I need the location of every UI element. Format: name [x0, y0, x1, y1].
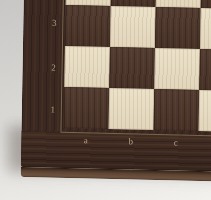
square-d3: [200, 8, 211, 50]
square-d2: [199, 49, 211, 91]
file-label-c: c: [165, 137, 186, 147]
square-d1: [199, 90, 211, 132]
square-a1: [64, 87, 110, 129]
board-frame: 321 abc: [21, 0, 211, 173]
square-a2: [64, 46, 110, 88]
chessboard: 321 abc: [21, 0, 211, 192]
board-grid: [64, 0, 211, 132]
rank-label-1: 1: [46, 104, 60, 114]
square-c2: [154, 48, 200, 90]
square-b2: [109, 47, 155, 89]
file-label-b: b: [120, 136, 141, 146]
file-label-a: a: [75, 135, 96, 145]
rank-label-2: 2: [46, 63, 60, 73]
square-a3: [65, 5, 111, 47]
square-b3: [110, 6, 156, 48]
rank-label-3: 3: [47, 18, 61, 28]
square-c3: [155, 7, 201, 49]
square-c1: [154, 89, 200, 131]
photo-background: 321 abc: [0, 0, 211, 200]
square-b1: [109, 88, 155, 130]
